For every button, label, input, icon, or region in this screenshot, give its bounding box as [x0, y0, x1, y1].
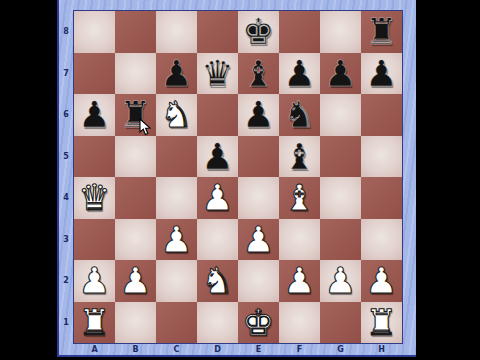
square-h8[interactable]: ♜	[361, 11, 402, 53]
white-knight[interactable]: ♞	[160, 94, 192, 136]
square-h6[interactable]	[361, 94, 402, 136]
square-d1[interactable]	[197, 302, 238, 344]
square-g4[interactable]	[320, 177, 361, 219]
square-b4[interactable]	[115, 177, 156, 219]
square-h4[interactable]	[361, 177, 402, 219]
square-b3[interactable]	[115, 219, 156, 261]
square-d2[interactable]: ♞	[197, 260, 238, 302]
square-a1[interactable]: ♜	[74, 302, 115, 344]
rank-label-1: 1	[60, 302, 72, 344]
square-c5[interactable]	[156, 136, 197, 178]
square-d3[interactable]	[197, 219, 238, 261]
file-label-d: D	[197, 344, 238, 356]
white-queen[interactable]: ♛	[78, 177, 110, 219]
square-c1[interactable]	[156, 302, 197, 344]
black-knight[interactable]: ♞	[283, 94, 315, 136]
rank-label-8: 8	[60, 11, 72, 53]
square-g5[interactable]	[320, 136, 361, 178]
file-label-h: H	[361, 344, 402, 356]
square-g7[interactable]: ♟	[320, 53, 361, 95]
square-e3[interactable]: ♟	[238, 219, 279, 261]
white-pawn[interactable]: ♟	[78, 260, 110, 302]
square-f6[interactable]: ♞	[279, 94, 320, 136]
square-c7[interactable]: ♟	[156, 53, 197, 95]
file-label-b: B	[115, 344, 156, 356]
square-f3[interactable]	[279, 219, 320, 261]
board-panel: ♚♜♟♛♝♟♟♟♟♜♞♟♞♟♝♛♟♝♟♟♟♟♞♟♟♟♜♚♜ 87654321 A…	[57, 0, 416, 357]
square-f1[interactable]	[279, 302, 320, 344]
square-h1[interactable]: ♜	[361, 302, 402, 344]
mouse-cursor-icon	[139, 118, 152, 137]
square-h3[interactable]	[361, 219, 402, 261]
square-b8[interactable]	[115, 11, 156, 53]
square-h7[interactable]: ♟	[361, 53, 402, 95]
square-a6[interactable]: ♟	[74, 94, 115, 136]
square-e5[interactable]	[238, 136, 279, 178]
rank-label-4: 4	[60, 177, 72, 219]
white-pawn[interactable]: ♟	[283, 260, 315, 302]
white-pawn[interactable]: ♟	[201, 177, 233, 219]
square-a5[interactable]	[74, 136, 115, 178]
square-h2[interactable]: ♟	[361, 260, 402, 302]
square-f8[interactable]	[279, 11, 320, 53]
square-b1[interactable]	[115, 302, 156, 344]
square-f5[interactable]: ♝	[279, 136, 320, 178]
square-e8[interactable]: ♚	[238, 11, 279, 53]
black-pawn[interactable]: ♟	[160, 53, 192, 95]
black-bishop[interactable]: ♝	[283, 136, 315, 178]
square-g6[interactable]	[320, 94, 361, 136]
file-label-c: C	[156, 344, 197, 356]
file-label-e: E	[238, 344, 279, 356]
square-g1[interactable]	[320, 302, 361, 344]
video-frame: ♚♜♟♛♝♟♟♟♟♜♞♟♞♟♝♛♟♝♟♟♟♟♞♟♟♟♜♚♜ 87654321 A…	[0, 0, 480, 360]
white-pawn[interactable]: ♟	[324, 260, 356, 302]
square-e7[interactable]: ♝	[238, 53, 279, 95]
file-label-a: A	[74, 344, 115, 356]
black-queen[interactable]: ♛	[201, 53, 233, 95]
white-pawn[interactable]: ♟	[119, 260, 151, 302]
square-c3[interactable]: ♟	[156, 219, 197, 261]
black-rook[interactable]: ♜	[365, 11, 397, 53]
black-pawn[interactable]: ♟	[324, 53, 356, 95]
black-pawn[interactable]: ♟	[201, 136, 233, 178]
square-f2[interactable]: ♟	[279, 260, 320, 302]
square-g3[interactable]	[320, 219, 361, 261]
black-bishop[interactable]: ♝	[242, 53, 274, 95]
square-c2[interactable]	[156, 260, 197, 302]
white-knight[interactable]: ♞	[201, 260, 233, 302]
black-pawn[interactable]: ♟	[283, 53, 315, 95]
white-king[interactable]: ♚	[242, 302, 274, 344]
rank-label-7: 7	[60, 53, 72, 95]
square-a8[interactable]	[74, 11, 115, 53]
white-rook[interactable]: ♜	[365, 302, 397, 344]
square-d5[interactable]: ♟	[197, 136, 238, 178]
black-pawn[interactable]: ♟	[365, 53, 397, 95]
white-bishop[interactable]: ♝	[283, 177, 315, 219]
square-d4[interactable]: ♟	[197, 177, 238, 219]
square-h5[interactable]	[361, 136, 402, 178]
square-f7[interactable]: ♟	[279, 53, 320, 95]
square-c6[interactable]: ♞	[156, 94, 197, 136]
square-c4[interactable]	[156, 177, 197, 219]
square-f4[interactable]: ♝	[279, 177, 320, 219]
file-label-f: F	[279, 344, 320, 356]
square-b2[interactable]: ♟	[115, 260, 156, 302]
white-pawn[interactable]: ♟	[365, 260, 397, 302]
square-c8[interactable]	[156, 11, 197, 53]
square-g8[interactable]	[320, 11, 361, 53]
chess-board: ♚♜♟♛♝♟♟♟♟♜♞♟♞♟♝♛♟♝♟♟♟♟♞♟♟♟♜♚♜	[73, 10, 403, 344]
square-b7[interactable]	[115, 53, 156, 95]
square-a4[interactable]: ♛	[74, 177, 115, 219]
black-pawn[interactable]: ♟	[242, 94, 274, 136]
square-e1[interactable]: ♚	[238, 302, 279, 344]
rank-label-3: 3	[60, 219, 72, 261]
square-e4[interactable]	[238, 177, 279, 219]
board-grid: ♚♜♟♛♝♟♟♟♟♜♞♟♞♟♝♛♟♝♟♟♟♟♞♟♟♟♜♚♜	[74, 11, 402, 343]
square-d7[interactable]: ♛	[197, 53, 238, 95]
rank-label-2: 2	[60, 260, 72, 302]
rank-label-6: 6	[60, 94, 72, 136]
square-a7[interactable]	[74, 53, 115, 95]
file-label-g: G	[320, 344, 361, 356]
file-labels: ABCDEFGH	[74, 344, 402, 356]
square-e2[interactable]	[238, 260, 279, 302]
square-b5[interactable]	[115, 136, 156, 178]
rank-label-5: 5	[60, 136, 72, 178]
square-a3[interactable]	[74, 219, 115, 261]
white-pawn[interactable]: ♟	[242, 219, 274, 261]
black-pawn[interactable]: ♟	[78, 94, 110, 136]
white-rook[interactable]: ♜	[78, 302, 110, 344]
square-g2[interactable]: ♟	[320, 260, 361, 302]
black-king[interactable]: ♚	[242, 11, 274, 53]
square-e6[interactable]: ♟	[238, 94, 279, 136]
square-d6[interactable]	[197, 94, 238, 136]
square-d8[interactable]	[197, 11, 238, 53]
square-a2[interactable]: ♟	[74, 260, 115, 302]
white-pawn[interactable]: ♟	[160, 219, 192, 261]
